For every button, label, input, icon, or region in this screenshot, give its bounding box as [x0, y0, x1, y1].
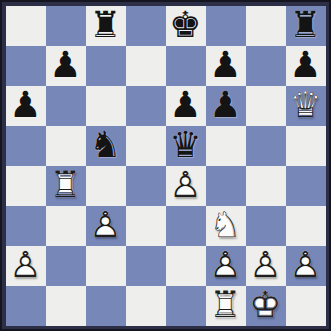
square-g1[interactable]: ♚♔ — [246, 286, 286, 326]
square-g7[interactable] — [246, 46, 286, 86]
square-b7[interactable]: ♟ — [46, 46, 86, 86]
white-pawn-icon: ♙ — [6, 245, 46, 285]
square-h1[interactable] — [286, 286, 326, 326]
white-knight-icon: ♘ — [206, 205, 246, 245]
square-a5[interactable] — [6, 126, 46, 166]
black-pawn-icon: ♟ — [206, 45, 246, 85]
square-h4[interactable] — [286, 166, 326, 206]
square-d7[interactable] — [126, 46, 166, 86]
square-b8[interactable] — [46, 6, 86, 46]
square-d8[interactable] — [126, 6, 166, 46]
black-pawn[interactable]: ♟ — [46, 46, 86, 86]
white-pawn[interactable]: ♟♙ — [286, 246, 326, 286]
square-a8[interactable] — [6, 6, 46, 46]
white-pawn-fill: ♟ — [206, 245, 246, 285]
square-h5[interactable] — [286, 126, 326, 166]
white-pawn-icon: ♙ — [246, 245, 286, 285]
white-king-icon: ♔ — [246, 285, 286, 325]
white-pawn-fill: ♟ — [166, 165, 206, 205]
white-king[interactable]: ♚♔ — [246, 286, 286, 326]
white-pawn-icon: ♙ — [206, 245, 246, 285]
square-c2[interactable] — [86, 246, 126, 286]
black-queen[interactable]: ♛ — [166, 126, 206, 166]
black-queen-icon: ♛ — [166, 125, 206, 165]
chess-board[interactable]: ♜♚♜♟♟♟♟♟♟♛♕♞♛♜♖♟♙♟♙♞♘♟♙♟♙♟♙♟♙♜♖♚♔ — [6, 6, 326, 326]
square-c6[interactable] — [86, 86, 126, 126]
square-d4[interactable] — [126, 166, 166, 206]
black-knight-icon: ♞ — [86, 125, 126, 165]
square-d1[interactable] — [126, 286, 166, 326]
square-e4[interactable]: ♟♙ — [166, 166, 206, 206]
white-pawn[interactable]: ♟♙ — [166, 166, 206, 206]
black-pawn-icon: ♟ — [286, 45, 326, 85]
square-e3[interactable] — [166, 206, 206, 246]
white-rook-fill: ♜ — [46, 165, 86, 205]
square-c7[interactable] — [86, 46, 126, 86]
square-b6[interactable] — [46, 86, 86, 126]
white-knight[interactable]: ♞♘ — [206, 206, 246, 246]
white-knight-fill: ♞ — [206, 205, 246, 245]
white-pawn-fill: ♟ — [86, 205, 126, 245]
black-king[interactable]: ♚ — [166, 6, 206, 46]
square-f2[interactable]: ♟♙ — [206, 246, 246, 286]
square-a6[interactable]: ♟ — [6, 86, 46, 126]
black-pawn-icon: ♟ — [46, 45, 86, 85]
black-rook[interactable]: ♜ — [86, 6, 126, 46]
square-b5[interactable] — [46, 126, 86, 166]
square-b2[interactable] — [46, 246, 86, 286]
white-pawn[interactable]: ♟♙ — [86, 206, 126, 246]
white-pawn[interactable]: ♟♙ — [6, 246, 46, 286]
square-c8[interactable]: ♜ — [86, 6, 126, 46]
white-pawn-icon: ♙ — [86, 205, 126, 245]
white-rook-icon: ♖ — [206, 285, 246, 325]
square-g6[interactable] — [246, 86, 286, 126]
white-queen[interactable]: ♛♕ — [286, 86, 326, 126]
square-a3[interactable] — [6, 206, 46, 246]
square-b4[interactable]: ♜♖ — [46, 166, 86, 206]
square-e6[interactable]: ♟ — [166, 86, 206, 126]
black-pawn[interactable]: ♟ — [166, 86, 206, 126]
black-king-icon: ♚ — [166, 5, 206, 45]
square-a2[interactable]: ♟♙ — [6, 246, 46, 286]
white-rook[interactable]: ♜♖ — [46, 166, 86, 206]
square-d2[interactable] — [126, 246, 166, 286]
black-rook[interactable]: ♜ — [286, 6, 326, 46]
square-e5[interactable]: ♛ — [166, 126, 206, 166]
square-a1[interactable] — [6, 286, 46, 326]
square-h6[interactable]: ♛♕ — [286, 86, 326, 126]
square-c1[interactable] — [86, 286, 126, 326]
square-f5[interactable] — [206, 126, 246, 166]
white-king-fill: ♚ — [246, 285, 286, 325]
square-e7[interactable] — [166, 46, 206, 86]
white-pawn[interactable]: ♟♙ — [206, 246, 246, 286]
square-f6[interactable]: ♟ — [206, 86, 246, 126]
white-pawn-fill: ♟ — [286, 245, 326, 285]
square-g3[interactable] — [246, 206, 286, 246]
square-g2[interactable]: ♟♙ — [246, 246, 286, 286]
white-rook[interactable]: ♜♖ — [206, 286, 246, 326]
white-rook-icon: ♖ — [46, 165, 86, 205]
black-knight[interactable]: ♞ — [86, 126, 126, 166]
square-g8[interactable] — [246, 6, 286, 46]
square-e2[interactable] — [166, 246, 206, 286]
black-pawn-icon: ♟ — [166, 85, 206, 125]
square-d6[interactable] — [126, 86, 166, 126]
black-pawn-icon: ♟ — [6, 85, 46, 125]
black-rook-icon: ♜ — [286, 5, 326, 45]
white-rook-fill: ♜ — [206, 285, 246, 325]
black-pawn-icon: ♟ — [206, 85, 246, 125]
square-b3[interactable] — [46, 206, 86, 246]
square-f8[interactable] — [206, 6, 246, 46]
square-e1[interactable] — [166, 286, 206, 326]
white-pawn-fill: ♟ — [6, 245, 46, 285]
square-f4[interactable] — [206, 166, 246, 206]
square-h2[interactable]: ♟♙ — [286, 246, 326, 286]
white-pawn-icon: ♙ — [286, 245, 326, 285]
square-h8[interactable]: ♜ — [286, 6, 326, 46]
white-pawn-icon: ♙ — [166, 165, 206, 205]
square-b1[interactable] — [46, 286, 86, 326]
white-pawn-fill: ♟ — [246, 245, 286, 285]
square-h3[interactable] — [286, 206, 326, 246]
black-pawn[interactable]: ♟ — [286, 46, 326, 86]
black-pawn[interactable]: ♟ — [6, 86, 46, 126]
chess-board-frame: ♜♚♜♟♟♟♟♟♟♛♕♞♛♜♖♟♙♟♙♞♘♟♙♟♙♟♙♟♙♜♖♚♔ — [0, 0, 331, 331]
square-f3[interactable]: ♞♘ — [206, 206, 246, 246]
square-d5[interactable] — [126, 126, 166, 166]
square-f7[interactable]: ♟ — [206, 46, 246, 86]
square-c4[interactable] — [86, 166, 126, 206]
square-g5[interactable] — [246, 126, 286, 166]
square-c3[interactable]: ♟♙ — [86, 206, 126, 246]
square-a4[interactable] — [6, 166, 46, 206]
black-pawn[interactable]: ♟ — [206, 86, 246, 126]
black-pawn[interactable]: ♟ — [206, 46, 246, 86]
black-rook-icon: ♜ — [86, 5, 126, 45]
square-d3[interactable] — [126, 206, 166, 246]
white-queen-fill: ♛ — [286, 85, 326, 125]
square-c5[interactable]: ♞ — [86, 126, 126, 166]
square-e8[interactable]: ♚ — [166, 6, 206, 46]
square-a7[interactable] — [6, 46, 46, 86]
square-h7[interactable]: ♟ — [286, 46, 326, 86]
square-g4[interactable] — [246, 166, 286, 206]
square-f1[interactable]: ♜♖ — [206, 286, 246, 326]
white-queen-icon: ♕ — [286, 85, 326, 125]
white-pawn[interactable]: ♟♙ — [246, 246, 286, 286]
